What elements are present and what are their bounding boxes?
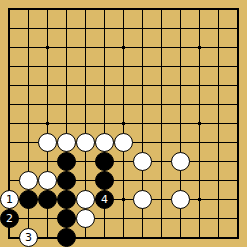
board-point[interactable] <box>114 76 133 95</box>
board-point[interactable] <box>133 209 152 228</box>
board-point[interactable] <box>209 95 228 114</box>
board-point[interactable] <box>152 57 171 76</box>
white-stone <box>133 190 152 209</box>
board-point[interactable] <box>228 133 247 152</box>
board-point[interactable] <box>209 152 228 171</box>
board-point[interactable] <box>57 76 76 95</box>
black-stone <box>19 190 38 209</box>
board-point[interactable] <box>209 19 228 38</box>
board-point[interactable] <box>133 133 152 152</box>
board-point[interactable] <box>133 114 152 133</box>
board-point[interactable] <box>152 209 171 228</box>
board-point[interactable] <box>0 114 19 133</box>
board-point[interactable] <box>190 95 209 114</box>
black-stone <box>95 152 114 171</box>
board-point[interactable] <box>0 38 19 57</box>
board-point[interactable] <box>171 171 190 190</box>
board-point[interactable] <box>38 76 57 95</box>
board-point[interactable] <box>19 19 38 38</box>
board-point[interactable] <box>95 228 114 247</box>
board-point[interactable] <box>95 76 114 95</box>
board-point[interactable] <box>171 133 190 152</box>
black-stone <box>57 190 76 209</box>
white-stone-move-1: 1 <box>0 190 19 209</box>
board-point[interactable] <box>209 171 228 190</box>
white-stone <box>57 133 76 152</box>
board-point[interactable] <box>133 76 152 95</box>
board-point[interactable] <box>171 19 190 38</box>
white-stone-move-3: 3 <box>19 228 38 247</box>
board-point[interactable] <box>76 228 95 247</box>
board-point[interactable] <box>19 152 38 171</box>
board-point[interactable] <box>114 19 133 38</box>
board-point[interactable] <box>76 95 95 114</box>
board-point[interactable] <box>19 0 38 19</box>
board-point[interactable] <box>209 57 228 76</box>
board-point[interactable] <box>133 171 152 190</box>
board-point[interactable] <box>190 114 209 133</box>
board-point[interactable] <box>152 152 171 171</box>
white-stone <box>114 133 133 152</box>
board-point[interactable] <box>209 114 228 133</box>
board-point[interactable] <box>95 38 114 57</box>
white-stone <box>95 133 114 152</box>
board-point[interactable] <box>209 0 228 19</box>
board-point[interactable] <box>76 152 95 171</box>
board-point[interactable] <box>76 76 95 95</box>
board-point[interactable] <box>152 228 171 247</box>
board-point[interactable] <box>38 228 57 247</box>
board-point[interactable] <box>228 171 247 190</box>
board-point[interactable] <box>114 114 133 133</box>
board-point[interactable] <box>190 0 209 19</box>
board-point[interactable] <box>171 114 190 133</box>
black-stone <box>57 209 76 228</box>
board-point[interactable] <box>114 209 133 228</box>
white-stone <box>133 152 152 171</box>
board-point[interactable] <box>114 228 133 247</box>
board-point[interactable] <box>228 190 247 209</box>
board-point[interactable] <box>209 38 228 57</box>
black-stone <box>57 228 76 247</box>
board-point[interactable] <box>209 228 228 247</box>
board-point[interactable] <box>38 152 57 171</box>
board-point[interactable] <box>190 228 209 247</box>
board-point[interactable] <box>38 0 57 19</box>
board-point[interactable] <box>133 228 152 247</box>
board-point[interactable] <box>133 19 152 38</box>
board-point[interactable] <box>114 190 133 209</box>
board-point[interactable] <box>0 57 19 76</box>
black-stone <box>57 171 76 190</box>
board-point[interactable] <box>133 57 152 76</box>
board-point[interactable] <box>38 19 57 38</box>
board-point[interactable] <box>76 0 95 19</box>
board-point[interactable] <box>0 228 19 247</box>
board-point[interactable] <box>76 19 95 38</box>
black-stone-move-4: 4 <box>95 190 114 209</box>
board-point[interactable] <box>38 38 57 57</box>
board-point[interactable] <box>57 38 76 57</box>
board-point[interactable] <box>228 114 247 133</box>
board-point[interactable] <box>190 171 209 190</box>
board-point[interactable] <box>0 152 19 171</box>
white-stone <box>171 152 190 171</box>
board-point[interactable] <box>152 38 171 57</box>
go-board: 1423 <box>0 0 247 247</box>
board-point[interactable] <box>190 76 209 95</box>
board-grid <box>0 0 247 247</box>
board-point[interactable] <box>152 190 171 209</box>
white-stone <box>38 171 57 190</box>
white-stone <box>76 190 95 209</box>
board-point[interactable] <box>209 133 228 152</box>
board-point[interactable] <box>228 38 247 57</box>
board-point[interactable] <box>228 57 247 76</box>
board-point[interactable] <box>95 209 114 228</box>
board-point[interactable] <box>228 19 247 38</box>
white-stone <box>76 133 95 152</box>
board-point[interactable] <box>209 190 228 209</box>
board-point[interactable] <box>152 95 171 114</box>
black-stone <box>57 152 76 171</box>
board-point[interactable] <box>152 171 171 190</box>
board-point[interactable] <box>209 76 228 95</box>
board-point[interactable] <box>152 114 171 133</box>
board-point[interactable] <box>171 38 190 57</box>
board-point[interactable] <box>133 38 152 57</box>
board-point[interactable] <box>38 57 57 76</box>
white-stone <box>76 209 95 228</box>
board-point[interactable] <box>133 0 152 19</box>
board-point[interactable] <box>171 95 190 114</box>
board-point[interactable] <box>95 95 114 114</box>
board-point[interactable] <box>152 19 171 38</box>
board-point[interactable] <box>57 0 76 19</box>
black-stone-move-2: 2 <box>0 209 19 228</box>
board-point[interactable] <box>190 38 209 57</box>
board-point[interactable] <box>76 171 95 190</box>
board-point[interactable] <box>57 95 76 114</box>
board-point[interactable] <box>228 209 247 228</box>
board-point[interactable] <box>76 38 95 57</box>
black-stone <box>38 190 57 209</box>
board-point[interactable] <box>0 95 19 114</box>
board-point[interactable] <box>114 95 133 114</box>
board-point[interactable] <box>19 38 38 57</box>
board-point[interactable] <box>95 57 114 76</box>
board-point[interactable] <box>114 38 133 57</box>
board-point[interactable] <box>171 228 190 247</box>
board-point[interactable] <box>19 95 38 114</box>
board-point[interactable] <box>38 209 57 228</box>
board-point[interactable] <box>38 114 57 133</box>
board-point[interactable] <box>19 114 38 133</box>
board-point[interactable] <box>0 171 19 190</box>
board-point[interactable] <box>228 228 247 247</box>
board-point[interactable] <box>0 76 19 95</box>
board-point[interactable] <box>19 57 38 76</box>
board-point[interactable] <box>152 133 171 152</box>
board-point[interactable] <box>133 95 152 114</box>
board-point[interactable] <box>171 209 190 228</box>
board-point[interactable] <box>190 190 209 209</box>
board-point[interactable] <box>152 0 171 19</box>
board-point[interactable] <box>19 76 38 95</box>
board-point[interactable] <box>114 152 133 171</box>
white-stone <box>171 190 190 209</box>
board-point[interactable] <box>38 95 57 114</box>
board-point[interactable] <box>95 114 114 133</box>
board-point[interactable] <box>152 76 171 95</box>
board-point[interactable] <box>190 133 209 152</box>
board-point[interactable] <box>171 76 190 95</box>
board-point[interactable] <box>228 0 247 19</box>
board-point[interactable] <box>76 57 95 76</box>
board-point[interactable] <box>95 19 114 38</box>
board-point[interactable] <box>0 0 19 19</box>
board-point[interactable] <box>190 19 209 38</box>
board-point[interactable] <box>0 133 19 152</box>
board-point[interactable] <box>19 209 38 228</box>
board-point[interactable] <box>190 209 209 228</box>
board-point[interactable] <box>76 114 95 133</box>
board-point[interactable] <box>190 152 209 171</box>
board-point[interactable] <box>171 57 190 76</box>
board-point[interactable] <box>228 152 247 171</box>
board-point[interactable] <box>228 76 247 95</box>
white-stone <box>19 171 38 190</box>
board-point[interactable] <box>114 57 133 76</box>
board-point[interactable] <box>19 133 38 152</box>
black-stone <box>95 171 114 190</box>
white-stone <box>38 133 57 152</box>
board-point[interactable] <box>0 19 19 38</box>
board-point[interactable] <box>171 0 190 19</box>
board-point[interactable] <box>57 114 76 133</box>
board-point[interactable] <box>114 171 133 190</box>
board-point[interactable] <box>228 95 247 114</box>
board-point[interactable] <box>57 19 76 38</box>
board-point[interactable] <box>57 57 76 76</box>
board-point[interactable] <box>114 0 133 19</box>
board-point[interactable] <box>209 209 228 228</box>
board-point[interactable] <box>190 57 209 76</box>
board-point[interactable] <box>95 0 114 19</box>
